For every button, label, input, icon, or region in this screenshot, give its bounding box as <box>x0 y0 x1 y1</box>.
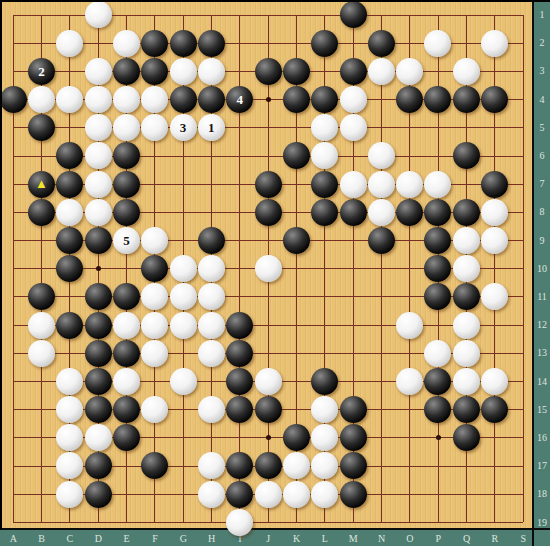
intersection-I6[interactable] <box>226 142 254 170</box>
intersection-C3[interactable] <box>56 57 84 85</box>
intersection-C18[interactable] <box>56 480 84 508</box>
intersection-N7[interactable] <box>367 170 395 198</box>
intersection-K16[interactable] <box>282 424 310 452</box>
intersection-I13[interactable] <box>226 339 254 367</box>
intersection-I19[interactable] <box>226 508 254 536</box>
intersection-Q13[interactable] <box>452 339 480 367</box>
intersection-R2[interactable] <box>481 29 509 57</box>
intersection-P16[interactable] <box>424 424 452 452</box>
intersection-G1[interactable] <box>169 1 197 29</box>
intersection-J9[interactable] <box>254 227 282 255</box>
intersection-A6[interactable] <box>0 142 27 170</box>
intersection-L8[interactable] <box>311 198 339 226</box>
intersection-B13[interactable] <box>27 339 55 367</box>
intersection-H13[interactable] <box>197 339 225 367</box>
intersection-D10[interactable] <box>84 255 112 283</box>
intersection-E15[interactable] <box>112 396 140 424</box>
intersection-J12[interactable] <box>254 311 282 339</box>
intersection-E12[interactable] <box>112 311 140 339</box>
intersection-R12[interactable] <box>481 311 509 339</box>
intersection-I4[interactable]: 4 <box>226 86 254 114</box>
intersection-G18[interactable] <box>169 480 197 508</box>
intersection-C6[interactable] <box>56 142 84 170</box>
intersection-L17[interactable] <box>311 452 339 480</box>
intersection-F14[interactable] <box>141 367 169 395</box>
go-board[interactable]: 2431▲5 <box>0 1 537 537</box>
intersection-C2[interactable] <box>56 29 84 57</box>
intersection-J6[interactable] <box>254 142 282 170</box>
intersection-O3[interactable] <box>396 57 424 85</box>
intersection-D14[interactable] <box>84 367 112 395</box>
intersection-S8[interactable] <box>509 198 537 226</box>
intersection-O5[interactable] <box>396 114 424 142</box>
intersection-A15[interactable] <box>0 396 27 424</box>
intersection-J16[interactable] <box>254 424 282 452</box>
intersection-B14[interactable] <box>27 367 55 395</box>
intersection-F7[interactable] <box>141 170 169 198</box>
intersection-Q15[interactable] <box>452 396 480 424</box>
intersection-M17[interactable] <box>339 452 367 480</box>
intersection-N6[interactable] <box>367 142 395 170</box>
intersection-D4[interactable] <box>84 86 112 114</box>
intersection-I8[interactable] <box>226 198 254 226</box>
intersection-N17[interactable] <box>367 452 395 480</box>
intersection-K1[interactable] <box>282 1 310 29</box>
intersection-B2[interactable] <box>27 29 55 57</box>
intersection-K19[interactable] <box>282 508 310 536</box>
intersection-Q10[interactable] <box>452 255 480 283</box>
intersection-C16[interactable] <box>56 424 84 452</box>
intersection-O6[interactable] <box>396 142 424 170</box>
intersection-R8[interactable] <box>481 198 509 226</box>
intersection-D15[interactable] <box>84 396 112 424</box>
intersection-F4[interactable] <box>141 86 169 114</box>
intersection-S16[interactable] <box>509 424 537 452</box>
intersection-K18[interactable] <box>282 480 310 508</box>
intersection-O9[interactable] <box>396 227 424 255</box>
intersection-C8[interactable] <box>56 198 84 226</box>
intersection-E1[interactable] <box>112 1 140 29</box>
intersection-E6[interactable] <box>112 142 140 170</box>
intersection-N16[interactable] <box>367 424 395 452</box>
intersection-E8[interactable] <box>112 198 140 226</box>
intersection-D5[interactable] <box>84 114 112 142</box>
intersection-R4[interactable] <box>481 86 509 114</box>
intersection-D16[interactable] <box>84 424 112 452</box>
intersection-L5[interactable] <box>311 114 339 142</box>
intersection-N12[interactable] <box>367 311 395 339</box>
intersection-D12[interactable] <box>84 311 112 339</box>
intersection-A9[interactable] <box>0 227 27 255</box>
intersection-F1[interactable] <box>141 1 169 29</box>
intersection-N4[interactable] <box>367 86 395 114</box>
intersection-M12[interactable] <box>339 311 367 339</box>
intersection-R6[interactable] <box>481 142 509 170</box>
intersection-M1[interactable] <box>339 1 367 29</box>
intersection-M2[interactable] <box>339 29 367 57</box>
intersection-M9[interactable] <box>339 227 367 255</box>
intersection-S3[interactable] <box>509 57 537 85</box>
intersection-K4[interactable] <box>282 86 310 114</box>
intersection-O4[interactable] <box>396 86 424 114</box>
intersection-I5[interactable] <box>226 114 254 142</box>
intersection-H4[interactable] <box>197 86 225 114</box>
intersection-K9[interactable] <box>282 227 310 255</box>
intersection-Q1[interactable] <box>452 1 480 29</box>
intersection-M5[interactable] <box>339 114 367 142</box>
intersection-F9[interactable] <box>141 227 169 255</box>
intersection-O19[interactable] <box>396 508 424 536</box>
intersection-C17[interactable] <box>56 452 84 480</box>
intersection-I9[interactable] <box>226 227 254 255</box>
intersection-S12[interactable] <box>509 311 537 339</box>
intersection-H5[interactable]: 1 <box>197 114 225 142</box>
intersection-J5[interactable] <box>254 114 282 142</box>
intersection-N13[interactable] <box>367 339 395 367</box>
intersection-L1[interactable] <box>311 1 339 29</box>
intersection-H7[interactable] <box>197 170 225 198</box>
intersection-B15[interactable] <box>27 396 55 424</box>
intersection-A17[interactable] <box>0 452 27 480</box>
intersection-Q8[interactable] <box>452 198 480 226</box>
intersection-C9[interactable] <box>56 227 84 255</box>
intersection-L3[interactable] <box>311 57 339 85</box>
intersection-R14[interactable] <box>481 367 509 395</box>
intersection-O13[interactable] <box>396 339 424 367</box>
intersection-A3[interactable] <box>0 57 27 85</box>
intersection-E5[interactable] <box>112 114 140 142</box>
intersection-S10[interactable] <box>509 255 537 283</box>
intersection-H2[interactable] <box>197 29 225 57</box>
intersection-B5[interactable] <box>27 114 55 142</box>
intersection-F6[interactable] <box>141 142 169 170</box>
intersection-E19[interactable] <box>112 508 140 536</box>
intersection-K11[interactable] <box>282 283 310 311</box>
intersection-A10[interactable] <box>0 255 27 283</box>
intersection-F17[interactable] <box>141 452 169 480</box>
intersection-N15[interactable] <box>367 396 395 424</box>
intersection-L2[interactable] <box>311 29 339 57</box>
intersection-E13[interactable] <box>112 339 140 367</box>
intersection-G11[interactable] <box>169 283 197 311</box>
intersection-E16[interactable] <box>112 424 140 452</box>
intersection-J2[interactable] <box>254 29 282 57</box>
intersection-H11[interactable] <box>197 283 225 311</box>
intersection-D7[interactable] <box>84 170 112 198</box>
intersection-E11[interactable] <box>112 283 140 311</box>
intersection-F18[interactable] <box>141 480 169 508</box>
intersection-E7[interactable] <box>112 170 140 198</box>
intersection-S11[interactable] <box>509 283 537 311</box>
intersection-R17[interactable] <box>481 452 509 480</box>
intersection-D17[interactable] <box>84 452 112 480</box>
intersection-J10[interactable] <box>254 255 282 283</box>
intersection-S18[interactable] <box>509 480 537 508</box>
intersection-L16[interactable] <box>311 424 339 452</box>
intersection-E14[interactable] <box>112 367 140 395</box>
intersection-F10[interactable] <box>141 255 169 283</box>
intersection-A5[interactable] <box>0 114 27 142</box>
intersection-G2[interactable] <box>169 29 197 57</box>
intersection-C13[interactable] <box>56 339 84 367</box>
intersection-S7[interactable] <box>509 170 537 198</box>
intersection-Q9[interactable] <box>452 227 480 255</box>
intersection-K15[interactable] <box>282 396 310 424</box>
intersection-C11[interactable] <box>56 283 84 311</box>
intersection-N11[interactable] <box>367 283 395 311</box>
intersection-H15[interactable] <box>197 396 225 424</box>
intersection-H17[interactable] <box>197 452 225 480</box>
intersection-A7[interactable] <box>0 170 27 198</box>
intersection-L14[interactable] <box>311 367 339 395</box>
intersection-I14[interactable] <box>226 367 254 395</box>
intersection-S17[interactable] <box>509 452 537 480</box>
intersection-N2[interactable] <box>367 29 395 57</box>
intersection-J7[interactable] <box>254 170 282 198</box>
intersection-C12[interactable] <box>56 311 84 339</box>
intersection-Q3[interactable] <box>452 57 480 85</box>
intersection-F19[interactable] <box>141 508 169 536</box>
intersection-O1[interactable] <box>396 1 424 29</box>
intersection-B18[interactable] <box>27 480 55 508</box>
intersection-B3[interactable]: 2 <box>27 57 55 85</box>
intersection-E10[interactable] <box>112 255 140 283</box>
intersection-M18[interactable] <box>339 480 367 508</box>
intersection-Q18[interactable] <box>452 480 480 508</box>
intersection-L11[interactable] <box>311 283 339 311</box>
intersection-C1[interactable] <box>56 1 84 29</box>
intersection-E3[interactable] <box>112 57 140 85</box>
intersection-F12[interactable] <box>141 311 169 339</box>
intersection-J15[interactable] <box>254 396 282 424</box>
intersection-I10[interactable] <box>226 255 254 283</box>
intersection-O11[interactable] <box>396 283 424 311</box>
intersection-D19[interactable] <box>84 508 112 536</box>
intersection-S13[interactable] <box>509 339 537 367</box>
intersection-H8[interactable] <box>197 198 225 226</box>
intersection-M3[interactable] <box>339 57 367 85</box>
intersection-J14[interactable] <box>254 367 282 395</box>
intersection-G19[interactable] <box>169 508 197 536</box>
intersection-S19[interactable] <box>509 508 537 536</box>
intersection-Q4[interactable] <box>452 86 480 114</box>
intersection-P17[interactable] <box>424 452 452 480</box>
intersection-G6[interactable] <box>169 142 197 170</box>
intersection-R11[interactable] <box>481 283 509 311</box>
intersection-N9[interactable] <box>367 227 395 255</box>
intersection-G5[interactable]: 3 <box>169 114 197 142</box>
intersection-S9[interactable] <box>509 227 537 255</box>
intersection-S14[interactable] <box>509 367 537 395</box>
intersection-L4[interactable] <box>311 86 339 114</box>
intersection-A4[interactable] <box>0 86 27 114</box>
intersection-I15[interactable] <box>226 396 254 424</box>
intersection-S4[interactable] <box>509 86 537 114</box>
intersection-P6[interactable] <box>424 142 452 170</box>
intersection-R13[interactable] <box>481 339 509 367</box>
intersection-Q19[interactable] <box>452 508 480 536</box>
intersection-A12[interactable] <box>0 311 27 339</box>
intersection-G10[interactable] <box>169 255 197 283</box>
intersection-L10[interactable] <box>311 255 339 283</box>
intersection-P12[interactable] <box>424 311 452 339</box>
intersection-H1[interactable] <box>197 1 225 29</box>
intersection-H12[interactable] <box>197 311 225 339</box>
intersection-B16[interactable] <box>27 424 55 452</box>
intersection-B6[interactable] <box>27 142 55 170</box>
intersection-J13[interactable] <box>254 339 282 367</box>
intersection-N10[interactable] <box>367 255 395 283</box>
intersection-C5[interactable] <box>56 114 84 142</box>
intersection-M10[interactable] <box>339 255 367 283</box>
intersection-F15[interactable] <box>141 396 169 424</box>
intersection-J1[interactable] <box>254 1 282 29</box>
intersection-A1[interactable] <box>0 1 27 29</box>
intersection-A2[interactable] <box>0 29 27 57</box>
intersection-Q5[interactable] <box>452 114 480 142</box>
intersection-I2[interactable] <box>226 29 254 57</box>
intersection-M16[interactable] <box>339 424 367 452</box>
intersection-K6[interactable] <box>282 142 310 170</box>
intersection-O17[interactable] <box>396 452 424 480</box>
intersection-L13[interactable] <box>311 339 339 367</box>
intersection-Q16[interactable] <box>452 424 480 452</box>
intersection-A19[interactable] <box>0 508 27 536</box>
intersection-K7[interactable] <box>282 170 310 198</box>
intersection-M8[interactable] <box>339 198 367 226</box>
intersection-A14[interactable] <box>0 367 27 395</box>
intersection-R10[interactable] <box>481 255 509 283</box>
intersection-F2[interactable] <box>141 29 169 57</box>
intersection-O12[interactable] <box>396 311 424 339</box>
intersection-R18[interactable] <box>481 480 509 508</box>
intersection-I11[interactable] <box>226 283 254 311</box>
intersection-P15[interactable] <box>424 396 452 424</box>
intersection-S1[interactable] <box>509 1 537 29</box>
intersection-S2[interactable] <box>509 29 537 57</box>
intersection-M15[interactable] <box>339 396 367 424</box>
intersection-D18[interactable] <box>84 480 112 508</box>
intersection-L15[interactable] <box>311 396 339 424</box>
intersection-N5[interactable] <box>367 114 395 142</box>
intersection-C14[interactable] <box>56 367 84 395</box>
intersection-N14[interactable] <box>367 367 395 395</box>
intersection-G8[interactable] <box>169 198 197 226</box>
intersection-R5[interactable] <box>481 114 509 142</box>
intersection-B7[interactable]: ▲ <box>27 170 55 198</box>
intersection-R7[interactable] <box>481 170 509 198</box>
intersection-Q11[interactable] <box>452 283 480 311</box>
intersection-I1[interactable] <box>226 1 254 29</box>
intersection-F16[interactable] <box>141 424 169 452</box>
intersection-B9[interactable] <box>27 227 55 255</box>
intersection-L18[interactable] <box>311 480 339 508</box>
intersection-N18[interactable] <box>367 480 395 508</box>
intersection-F5[interactable] <box>141 114 169 142</box>
intersection-H10[interactable] <box>197 255 225 283</box>
intersection-E17[interactable] <box>112 452 140 480</box>
intersection-E18[interactable] <box>112 480 140 508</box>
intersection-H16[interactable] <box>197 424 225 452</box>
intersection-D1[interactable] <box>84 1 112 29</box>
intersection-D6[interactable] <box>84 142 112 170</box>
intersection-K13[interactable] <box>282 339 310 367</box>
intersection-H3[interactable] <box>197 57 225 85</box>
intersection-A16[interactable] <box>0 424 27 452</box>
intersection-G7[interactable] <box>169 170 197 198</box>
intersection-L9[interactable] <box>311 227 339 255</box>
intersection-P8[interactable] <box>424 198 452 226</box>
intersection-H19[interactable] <box>197 508 225 536</box>
intersection-C10[interactable] <box>56 255 84 283</box>
intersection-K10[interactable] <box>282 255 310 283</box>
intersection-L12[interactable] <box>311 311 339 339</box>
intersection-P9[interactable] <box>424 227 452 255</box>
intersection-L7[interactable] <box>311 170 339 198</box>
intersection-R15[interactable] <box>481 396 509 424</box>
intersection-O15[interactable] <box>396 396 424 424</box>
intersection-F13[interactable] <box>141 339 169 367</box>
intersection-C19[interactable] <box>56 508 84 536</box>
intersection-N1[interactable] <box>367 1 395 29</box>
intersection-J4[interactable] <box>254 86 282 114</box>
intersection-R9[interactable] <box>481 227 509 255</box>
intersection-L19[interactable] <box>311 508 339 536</box>
intersection-N8[interactable] <box>367 198 395 226</box>
intersection-J19[interactable] <box>254 508 282 536</box>
intersection-P7[interactable] <box>424 170 452 198</box>
intersection-J3[interactable] <box>254 57 282 85</box>
intersection-M6[interactable] <box>339 142 367 170</box>
intersection-N3[interactable] <box>367 57 395 85</box>
intersection-K17[interactable] <box>282 452 310 480</box>
intersection-L6[interactable] <box>311 142 339 170</box>
intersection-K12[interactable] <box>282 311 310 339</box>
intersection-D9[interactable] <box>84 227 112 255</box>
intersection-N19[interactable] <box>367 508 395 536</box>
intersection-P14[interactable] <box>424 367 452 395</box>
intersection-M7[interactable] <box>339 170 367 198</box>
intersection-Q17[interactable] <box>452 452 480 480</box>
intersection-R3[interactable] <box>481 57 509 85</box>
intersection-A13[interactable] <box>0 339 27 367</box>
intersection-J8[interactable] <box>254 198 282 226</box>
intersection-D3[interactable] <box>84 57 112 85</box>
intersection-P19[interactable] <box>424 508 452 536</box>
intersection-I17[interactable] <box>226 452 254 480</box>
intersection-C15[interactable] <box>56 396 84 424</box>
intersection-D8[interactable] <box>84 198 112 226</box>
intersection-I3[interactable] <box>226 57 254 85</box>
intersection-O18[interactable] <box>396 480 424 508</box>
intersection-I7[interactable] <box>226 170 254 198</box>
intersection-M4[interactable] <box>339 86 367 114</box>
intersection-G12[interactable] <box>169 311 197 339</box>
intersection-G17[interactable] <box>169 452 197 480</box>
intersection-F11[interactable] <box>141 283 169 311</box>
intersection-B1[interactable] <box>27 1 55 29</box>
intersection-K5[interactable] <box>282 114 310 142</box>
intersection-B8[interactable] <box>27 198 55 226</box>
intersection-B17[interactable] <box>27 452 55 480</box>
intersection-Q14[interactable] <box>452 367 480 395</box>
intersection-P10[interactable] <box>424 255 452 283</box>
intersection-I16[interactable] <box>226 424 254 452</box>
intersection-P3[interactable] <box>424 57 452 85</box>
intersection-Q12[interactable] <box>452 311 480 339</box>
intersection-K2[interactable] <box>282 29 310 57</box>
intersection-S5[interactable] <box>509 114 537 142</box>
